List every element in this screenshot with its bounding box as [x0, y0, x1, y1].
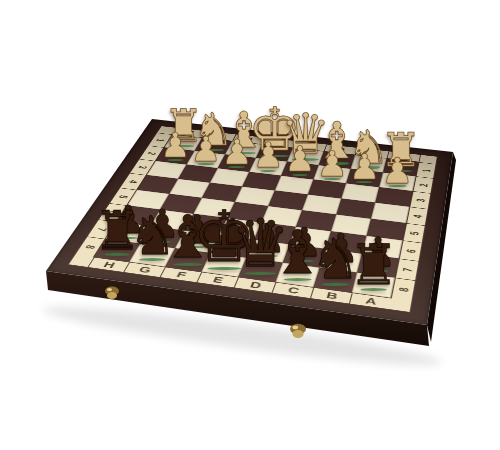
rank-label-left-3-text: 3 [136, 165, 150, 169]
rank-label-left-6-text: 6 [105, 210, 120, 215]
file-label-near-e-text: E [211, 275, 225, 285]
file-label-far-f-text: F [244, 136, 254, 142]
rank-label-right-2-text: 2 [417, 183, 431, 187]
rank-label-right-4-text: 4 [410, 214, 424, 219]
file-label-far-h-text: H [184, 129, 196, 135]
file-label-far-g-text: G [213, 133, 225, 140]
file-label-far-a-text: A [398, 153, 408, 160]
file-label-near-g-text: G [137, 265, 153, 275]
file-label-near-d-text: D [249, 280, 263, 290]
rank-label-right-7-text: 7 [400, 267, 415, 273]
rank-label-right-6-text: 6 [403, 248, 418, 253]
file-label-far-b-text: B [366, 149, 377, 156]
rank-label-left-7-text: 7 [94, 227, 109, 232]
rank-label-right-5-text: 5 [407, 231, 422, 236]
file-label-near-h-text: H [102, 260, 117, 270]
rank-label-right-8: 8 [391, 278, 417, 302]
file-label-near-a-text: A [364, 296, 377, 307]
file-label-near-f-text: F [175, 270, 188, 280]
rank-label-left-1-text: 1 [154, 138, 167, 142]
rank-label-left-8-text: 8 [82, 244, 98, 249]
rank-label-right-3-text: 3 [414, 198, 428, 202]
rank-label-left-2-text: 2 [145, 152, 158, 156]
file-label-far-c-text: C [335, 146, 346, 153]
rank-label-left-5-text: 5 [116, 195, 130, 199]
rank-label-right-8-text: 8 [396, 287, 412, 293]
rank-label-right-1-text: 1 [420, 168, 433, 172]
rank-label-left-4-text: 4 [126, 180, 140, 184]
file-label-far-d-text: D [304, 143, 315, 150]
file-label-far-e-text: E [274, 139, 284, 146]
file-label-near-b-text: B [325, 290, 339, 301]
product-photo-stage: HHGGFFEEDDCCBBAA1122334455667788 ♜♞♝♚♛♝♞… [0, 0, 500, 450]
file-label-near-c-text: C [287, 285, 301, 296]
